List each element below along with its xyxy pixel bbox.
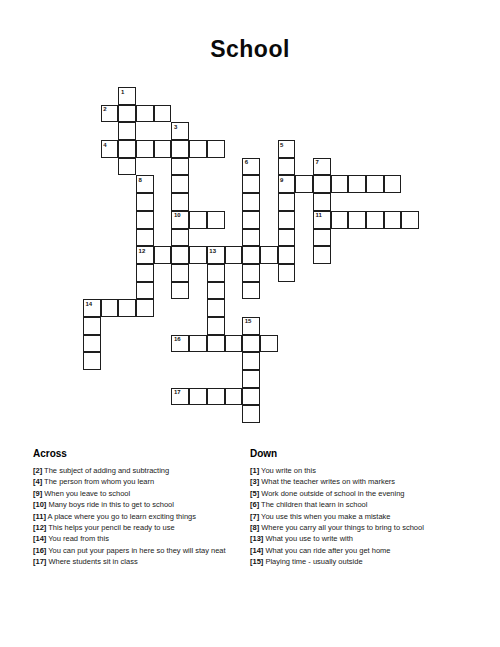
grid-cell[interactable] bbox=[171, 246, 189, 264]
clue-number: [11] bbox=[33, 512, 46, 521]
clue-item: [6] The children that learn in school bbox=[250, 499, 485, 510]
clue-item: [11] A place where you go to learn excit… bbox=[33, 511, 245, 522]
cell-number: 3 bbox=[174, 124, 177, 130]
clue-text: Where students sit in class bbox=[46, 557, 137, 566]
cell-number: 1 bbox=[121, 89, 124, 95]
grid-cell[interactable]: 14 bbox=[83, 299, 101, 317]
cell-number: 15 bbox=[245, 318, 252, 324]
grid-cell[interactable] bbox=[118, 105, 136, 123]
grid-cell[interactable] bbox=[278, 264, 296, 282]
grid-cell[interactable] bbox=[83, 317, 101, 335]
clue-number: [12] bbox=[33, 523, 46, 532]
clue-text: The children that learn in school bbox=[259, 500, 367, 509]
clue-number: [7] bbox=[250, 512, 259, 521]
down-clue-list: [1] You write on this[3] What the teache… bbox=[250, 465, 485, 568]
grid-cell[interactable] bbox=[207, 388, 225, 406]
clue-item: [2] The subject of adding and subtractin… bbox=[33, 465, 245, 476]
clue-text: What the teacher writes on with markers bbox=[259, 477, 395, 486]
cell-number: 16 bbox=[174, 336, 181, 342]
clue-item: [9] When you leave to school bbox=[33, 488, 245, 499]
grid-cell[interactable] bbox=[295, 175, 313, 193]
cell-number: 10 bbox=[174, 212, 181, 218]
grid-cell[interactable] bbox=[401, 211, 419, 229]
across-header: Across bbox=[33, 448, 245, 459]
clue-number: [14] bbox=[33, 534, 46, 543]
grid-cell[interactable]: 11 bbox=[313, 211, 331, 229]
grid-cell[interactable] bbox=[242, 335, 260, 353]
cell-number: 6 bbox=[245, 159, 248, 165]
grid-cell[interactable] bbox=[207, 140, 225, 158]
clue-text: Playing time - usually outside bbox=[263, 557, 362, 566]
grid-cell[interactable] bbox=[171, 229, 189, 247]
grid-cell[interactable] bbox=[171, 140, 189, 158]
clue-item: [7] You use this when you make a mistake bbox=[250, 511, 485, 522]
crossword-page: School 1234567891011121314151617 Across … bbox=[0, 0, 500, 647]
clue-number: [3] bbox=[250, 477, 259, 486]
grid-cell[interactable] bbox=[313, 246, 331, 264]
grid-cell[interactable] bbox=[171, 282, 189, 300]
clue-text: When you leave to school bbox=[42, 489, 130, 498]
grid-cell[interactable] bbox=[278, 193, 296, 211]
clue-item: [3] What the teacher writes on with mark… bbox=[250, 476, 485, 487]
clue-text: Many boys ride in this to get to school bbox=[46, 500, 174, 509]
grid-cell[interactable] bbox=[136, 264, 154, 282]
across-clue-list: [2] The subject of adding and subtractin… bbox=[33, 465, 245, 568]
clue-text: Where you carry all your things to bring… bbox=[259, 523, 424, 532]
clue-number: [5] bbox=[250, 489, 259, 498]
clue-item: [13] What you use to write with bbox=[250, 533, 485, 544]
grid-cell[interactable] bbox=[366, 175, 384, 193]
clue-text: What you can ride after you get home bbox=[263, 546, 390, 555]
grid-cell[interactable] bbox=[118, 158, 136, 176]
grid-cell[interactable] bbox=[313, 229, 331, 247]
grid-cell[interactable] bbox=[118, 122, 136, 140]
clue-number: [4] bbox=[33, 477, 42, 486]
grid-cell[interactable] bbox=[242, 282, 260, 300]
cell-number: 17 bbox=[174, 389, 181, 395]
cell-number: 9 bbox=[280, 177, 283, 183]
grid-cell[interactable] bbox=[189, 388, 207, 406]
grid-cell[interactable] bbox=[154, 246, 172, 264]
clue-text: You write on this bbox=[259, 466, 316, 475]
grid-cell[interactable] bbox=[242, 193, 260, 211]
grid-cell[interactable] bbox=[242, 211, 260, 229]
grid-cell[interactable] bbox=[313, 175, 331, 193]
crossword-grid: 1234567891011121314151617 bbox=[83, 87, 419, 423]
clue-item: [1] You write on this bbox=[250, 465, 485, 476]
down-header: Down bbox=[250, 448, 485, 459]
grid-cell[interactable]: 4 bbox=[101, 140, 119, 158]
grid-cell[interactable]: 10 bbox=[171, 211, 189, 229]
down-section: Down [1] You write on this[3] What the t… bbox=[250, 448, 485, 568]
clue-text: You use this when you make a mistake bbox=[259, 512, 390, 521]
clue-item: [8] Where you carry all your things to b… bbox=[250, 522, 485, 533]
clue-text: You can put your papers in here so they … bbox=[46, 546, 225, 555]
grid-cell[interactable] bbox=[189, 246, 207, 264]
grid-cell[interactable] bbox=[83, 352, 101, 370]
grid-cell[interactable] bbox=[313, 193, 331, 211]
grid-cell[interactable] bbox=[189, 140, 207, 158]
clue-number: [8] bbox=[250, 523, 259, 532]
grid-cell[interactable] bbox=[278, 211, 296, 229]
grid-cell[interactable] bbox=[136, 299, 154, 317]
grid-cell[interactable]: 15 bbox=[242, 317, 260, 335]
grid-cell[interactable] bbox=[384, 175, 402, 193]
grid-cell[interactable] bbox=[136, 193, 154, 211]
grid-cell[interactable] bbox=[331, 211, 349, 229]
clue-item: [15] Playing time - usually outside bbox=[250, 556, 485, 567]
grid-cell[interactable] bbox=[242, 246, 260, 264]
grid-cell[interactable] bbox=[207, 335, 225, 353]
grid-cell[interactable]: 1 bbox=[118, 87, 136, 105]
cell-number: 14 bbox=[86, 301, 93, 307]
grid-cell[interactable] bbox=[242, 370, 260, 388]
clue-item: [10] Many boys ride in this to get to sc… bbox=[33, 499, 245, 510]
grid-cell[interactable] bbox=[278, 246, 296, 264]
grid-cell[interactable]: 8 bbox=[136, 175, 154, 193]
across-section: Across [2] The subject of adding and sub… bbox=[33, 448, 245, 568]
grid-cell[interactable]: 13 bbox=[207, 246, 225, 264]
grid-cell[interactable] bbox=[171, 264, 189, 282]
grid-cell[interactable] bbox=[225, 246, 243, 264]
clue-item: [12] This helps your pencil be ready to … bbox=[33, 522, 245, 533]
grid-cell[interactable]: 5 bbox=[278, 140, 296, 158]
cell-number: 2 bbox=[103, 106, 106, 112]
cell-number: 8 bbox=[139, 177, 142, 183]
grid-cell[interactable] bbox=[348, 175, 366, 193]
grid-cell[interactable] bbox=[242, 229, 260, 247]
grid-cell[interactable]: 3 bbox=[171, 122, 189, 140]
cell-number: 13 bbox=[209, 248, 216, 254]
clue-number: [1] bbox=[250, 466, 259, 475]
grid-cell[interactable]: 16 bbox=[171, 335, 189, 353]
grid-cell[interactable] bbox=[136, 282, 154, 300]
grid-cell[interactable] bbox=[242, 405, 260, 423]
grid-cell[interactable] bbox=[242, 175, 260, 193]
clue-number: [15] bbox=[250, 557, 263, 566]
clue-text: The subject of adding and subtracting bbox=[42, 466, 169, 475]
grid-cell[interactable] bbox=[118, 299, 136, 317]
grid-cell[interactable] bbox=[366, 211, 384, 229]
clue-item: [17] Where students sit in class bbox=[33, 556, 245, 567]
grid-cell[interactable] bbox=[207, 317, 225, 335]
clue-number: [17] bbox=[33, 557, 46, 566]
grid-cell[interactable] bbox=[136, 105, 154, 123]
grid-cell[interactable]: 17 bbox=[171, 388, 189, 406]
clue-number: [14] bbox=[250, 546, 263, 555]
grid-cell[interactable] bbox=[136, 229, 154, 247]
grid-cell[interactable] bbox=[83, 335, 101, 353]
cell-number: 4 bbox=[103, 142, 106, 148]
cell-number: 7 bbox=[315, 159, 318, 165]
clue-item: [5] Work done outside of school in the e… bbox=[250, 488, 485, 499]
clue-number: [10] bbox=[33, 500, 46, 509]
grid-cell[interactable] bbox=[348, 211, 366, 229]
clue-number: [16] bbox=[33, 546, 46, 555]
grid-cell[interactable] bbox=[189, 335, 207, 353]
grid-cell[interactable] bbox=[207, 211, 225, 229]
clue-item: [16] You can put your papers in here so … bbox=[33, 545, 245, 556]
grid-cell[interactable] bbox=[225, 335, 243, 353]
clue-text: A place where you go to learn exciting t… bbox=[46, 512, 196, 521]
clue-number: [13] bbox=[250, 534, 263, 543]
grid-cell[interactable] bbox=[207, 264, 225, 282]
grid-cell[interactable] bbox=[171, 158, 189, 176]
grid-cell[interactable] bbox=[242, 264, 260, 282]
clue-item: [14] You read from this bbox=[33, 533, 245, 544]
clue-number: [2] bbox=[33, 466, 42, 475]
cell-number: 5 bbox=[280, 142, 283, 148]
grid-cell[interactable] bbox=[278, 158, 296, 176]
grid-cell[interactable] bbox=[384, 211, 402, 229]
grid-cell[interactable] bbox=[101, 299, 119, 317]
clue-text: This helps your pencil be ready to use bbox=[46, 523, 174, 532]
grid-cell[interactable] bbox=[331, 175, 349, 193]
grid-cell[interactable] bbox=[136, 211, 154, 229]
grid-cell[interactable]: 7 bbox=[313, 158, 331, 176]
grid-cell[interactable] bbox=[242, 388, 260, 406]
grid-cell[interactable] bbox=[171, 193, 189, 211]
grid-cell[interactable] bbox=[207, 299, 225, 317]
grid-cell[interactable]: 2 bbox=[101, 105, 119, 123]
clue-text: What you use to write with bbox=[263, 534, 353, 543]
clue-item: [4] The person from whom you learn bbox=[33, 476, 245, 487]
grid-cell[interactable] bbox=[242, 352, 260, 370]
clue-item: [14] What you can ride after you get hom… bbox=[250, 545, 485, 556]
page-title: School bbox=[0, 36, 500, 63]
cell-number: 12 bbox=[139, 248, 146, 254]
grid-cell[interactable] bbox=[118, 140, 136, 158]
clue-number: [9] bbox=[33, 489, 42, 498]
grid-cell[interactable]: 6 bbox=[242, 158, 260, 176]
grid-cell[interactable] bbox=[225, 388, 243, 406]
clue-text: The person from whom you learn bbox=[42, 477, 154, 486]
grid-cell[interactable] bbox=[260, 246, 278, 264]
clue-text: You read from this bbox=[46, 534, 109, 543]
grid-cell[interactable] bbox=[136, 140, 154, 158]
grid-cell[interactable]: 12 bbox=[136, 246, 154, 264]
clue-number: [6] bbox=[250, 500, 259, 509]
grid-cell[interactable] bbox=[154, 105, 172, 123]
clue-text: Work done outside of school in the eveni… bbox=[259, 489, 404, 498]
grid-cell[interactable] bbox=[189, 211, 207, 229]
grid-cell[interactable] bbox=[278, 229, 296, 247]
grid-cell[interactable]: 9 bbox=[278, 175, 296, 193]
grid-cell[interactable] bbox=[171, 175, 189, 193]
grid-cell[interactable] bbox=[260, 335, 278, 353]
grid-cell[interactable] bbox=[154, 140, 172, 158]
grid-cell[interactable] bbox=[207, 282, 225, 300]
cell-number: 11 bbox=[315, 212, 321, 218]
